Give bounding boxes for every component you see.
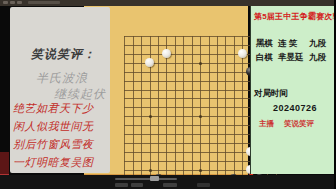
- grid-line: [225, 36, 226, 189]
- move-slider-thumb[interactable]: [150, 176, 159, 181]
- player-next-button[interactable]: [163, 183, 177, 187]
- grid-line: [166, 36, 167, 189]
- player-play-button[interactable]: [131, 183, 143, 187]
- white-stone: [145, 58, 154, 67]
- poem-line: 闲人似我世间无: [13, 119, 109, 134]
- window-menu-icon[interactable]: [10, 1, 15, 4]
- event-title: 第5届王中王争霸赛次轮: [254, 11, 336, 22]
- grid-line: [175, 36, 176, 189]
- star-point: [149, 115, 152, 118]
- game-time-label: 对局时间: [254, 88, 288, 100]
- background-red-strip: [0, 152, 9, 177]
- commentary-watermark-line: 半氏波浪: [36, 70, 88, 87]
- move-slider-track[interactable]: [115, 178, 177, 180]
- window-menu-icon[interactable]: [17, 1, 22, 4]
- poem-line: 绝艺如君天下少: [13, 101, 109, 116]
- app-window: 笑说笑评： 半氏波浪 继续起伏 绝艺如君天下少 闲人似我世间无 别后竹窗风雪夜 …: [0, 0, 336, 189]
- grid-line: [124, 36, 125, 189]
- poem-line: 别后竹窗风雪夜: [13, 137, 109, 152]
- star-point: [199, 62, 202, 65]
- commentary-title: 笑说笑评：: [31, 46, 96, 63]
- player-menu-button[interactable]: [197, 183, 210, 187]
- commentary-panel: 笑说笑评： 半氏波浪 继续起伏 绝艺如君天下少 闲人似我世间无 别后竹窗风雪夜 …: [10, 7, 110, 173]
- black-player-rank: 九段: [309, 38, 326, 50]
- white-stone: [162, 49, 171, 58]
- window-menu-icon[interactable]: [3, 1, 8, 4]
- grid-line: [192, 36, 193, 189]
- grid-line: [209, 36, 210, 189]
- star-point: [199, 169, 202, 172]
- white-stone: [238, 49, 247, 58]
- black-player-name: 连 笑: [278, 38, 297, 50]
- white-player-rank: 九段: [309, 52, 326, 64]
- grid-line: [234, 36, 235, 189]
- grid-line: [200, 36, 201, 189]
- white-player-name: 芈昱廷: [278, 52, 304, 64]
- grid-line: [133, 36, 134, 189]
- grid-line: [141, 36, 142, 189]
- host-name: 笑说笑评: [284, 119, 314, 129]
- star-point: [149, 169, 152, 172]
- game-info-panel: 第5届王中王争霸赛次轮 黑棋 连 笑 九段 白棋 芈昱廷 九段 对局时间 202…: [250, 6, 335, 174]
- grid-line: [217, 36, 218, 189]
- grid-line: [242, 36, 243, 189]
- bottom-taskbar: [0, 175, 336, 189]
- player-prev-button[interactable]: [115, 183, 128, 187]
- window-title-text-area: [28, 1, 60, 4]
- poem-line: 一灯明暗复吴图: [13, 155, 109, 170]
- game-date: 20240726: [273, 103, 317, 113]
- black-label: 黑棋: [256, 38, 273, 50]
- white-label: 白棋: [256, 52, 273, 64]
- grid-line: [158, 36, 159, 189]
- star-point: [199, 115, 202, 118]
- host-label: 主播: [259, 119, 274, 129]
- grid-line: [183, 36, 184, 189]
